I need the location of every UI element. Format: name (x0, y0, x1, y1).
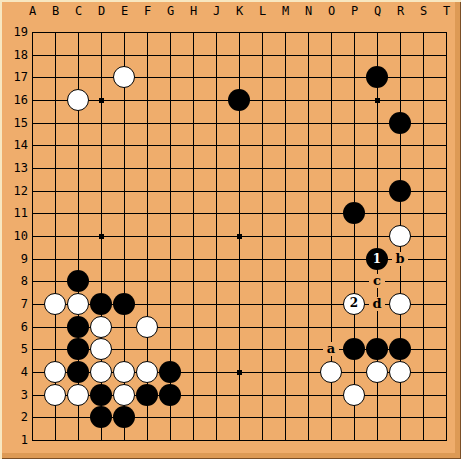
stone-black-D3 (90, 384, 112, 406)
move-1-stone-Q9: 1 (366, 248, 388, 270)
stone-black-R12 (389, 180, 411, 202)
stone-black-E2 (113, 406, 135, 428)
move-2-stone-P7: 2 (343, 293, 365, 315)
stone-white-R4 (389, 361, 411, 383)
point-label-d: d (369, 297, 385, 311)
stone-white-R10 (389, 225, 411, 247)
grid-line-h (32, 440, 447, 441)
hoshi-point (237, 234, 242, 239)
row-label-10: 10 (2, 229, 28, 243)
row-label-11: 11 (2, 206, 28, 220)
row-label-14: 14 (2, 138, 28, 152)
col-label-C: C (67, 4, 90, 18)
stone-white-P3 (343, 384, 365, 406)
stone-white-E17 (113, 66, 135, 88)
stone-white-E4 (113, 361, 135, 383)
col-label-T: T (435, 4, 458, 18)
stone-white-C7 (67, 293, 89, 315)
stone-black-K16 (228, 89, 250, 111)
point-label-a: a (323, 342, 339, 356)
grid-line-h (32, 123, 447, 124)
stone-white-C16 (67, 89, 89, 111)
stone-black-C8 (67, 270, 89, 292)
stone-black-E7 (113, 293, 135, 315)
stone-white-B3 (44, 384, 66, 406)
row-label-8: 8 (2, 274, 28, 288)
stone-white-R7 (389, 293, 411, 315)
col-label-E: E (113, 4, 136, 18)
col-label-D: D (90, 4, 113, 18)
stone-white-Q4 (366, 361, 388, 383)
stone-white-B7 (44, 293, 66, 315)
stone-black-C6 (67, 316, 89, 338)
go-board-frame: ABCDEFGHJKLMNOPQRST191817161514131211109… (0, 0, 461, 459)
hoshi-point (375, 98, 380, 103)
row-label-16: 16 (2, 93, 28, 107)
row-label-7: 7 (2, 297, 28, 311)
row-label-5: 5 (2, 342, 28, 356)
hoshi-point (99, 234, 104, 239)
row-label-15: 15 (2, 116, 28, 130)
col-label-G: G (159, 4, 182, 18)
col-label-R: R (389, 4, 412, 18)
stone-white-E3 (113, 384, 135, 406)
stone-black-R15 (389, 112, 411, 134)
stone-black-D7 (90, 293, 112, 315)
hoshi-point (237, 370, 242, 375)
row-label-1: 1 (2, 433, 28, 447)
grid-line-h (32, 55, 447, 56)
stone-white-B4 (44, 361, 66, 383)
stone-black-G3 (159, 384, 181, 406)
stone-black-G4 (159, 361, 181, 383)
row-label-12: 12 (2, 184, 28, 198)
row-label-19: 19 (2, 25, 28, 39)
stone-black-R5 (389, 338, 411, 360)
stone-white-F6 (136, 316, 158, 338)
go-board: ABCDEFGHJKLMNOPQRST191817161514131211109… (0, 0, 461, 459)
stone-black-C5 (67, 338, 89, 360)
col-label-A: A (21, 4, 44, 18)
row-label-2: 2 (2, 410, 28, 424)
col-label-J: J (205, 4, 228, 18)
grid-line-h (32, 213, 447, 214)
row-label-3: 3 (2, 388, 28, 402)
hoshi-point (99, 98, 104, 103)
point-label-b: b (392, 252, 408, 266)
row-label-6: 6 (2, 320, 28, 334)
col-label-M: M (274, 4, 297, 18)
row-label-18: 18 (2, 48, 28, 62)
stone-white-D5 (90, 338, 112, 360)
col-label-H: H (182, 4, 205, 18)
stone-black-F3 (136, 384, 158, 406)
col-label-N: N (297, 4, 320, 18)
row-label-4: 4 (2, 365, 28, 379)
col-label-L: L (251, 4, 274, 18)
stone-white-F4 (136, 361, 158, 383)
row-label-9: 9 (2, 252, 28, 266)
col-label-S: S (412, 4, 435, 18)
stone-black-Q17 (366, 66, 388, 88)
grid-line-h (32, 32, 447, 33)
stone-white-O4 (320, 361, 342, 383)
grid-line-h (32, 168, 447, 169)
col-label-F: F (136, 4, 159, 18)
col-label-P: P (343, 4, 366, 18)
stone-black-P5 (343, 338, 365, 360)
col-label-K: K (228, 4, 251, 18)
col-label-B: B (44, 4, 67, 18)
stone-white-D4 (90, 361, 112, 383)
point-label-c: c (369, 274, 385, 288)
grid-line-h (32, 145, 447, 146)
stone-white-D6 (90, 316, 112, 338)
stone-black-P11 (343, 202, 365, 224)
row-label-17: 17 (2, 70, 28, 84)
grid-line-h (32, 191, 447, 192)
stone-black-Q5 (366, 338, 388, 360)
row-label-13: 13 (2, 161, 28, 175)
col-label-Q: Q (366, 4, 389, 18)
stone-white-C3 (67, 384, 89, 406)
stone-black-D2 (90, 406, 112, 428)
stone-black-C4 (67, 361, 89, 383)
col-label-O: O (320, 4, 343, 18)
